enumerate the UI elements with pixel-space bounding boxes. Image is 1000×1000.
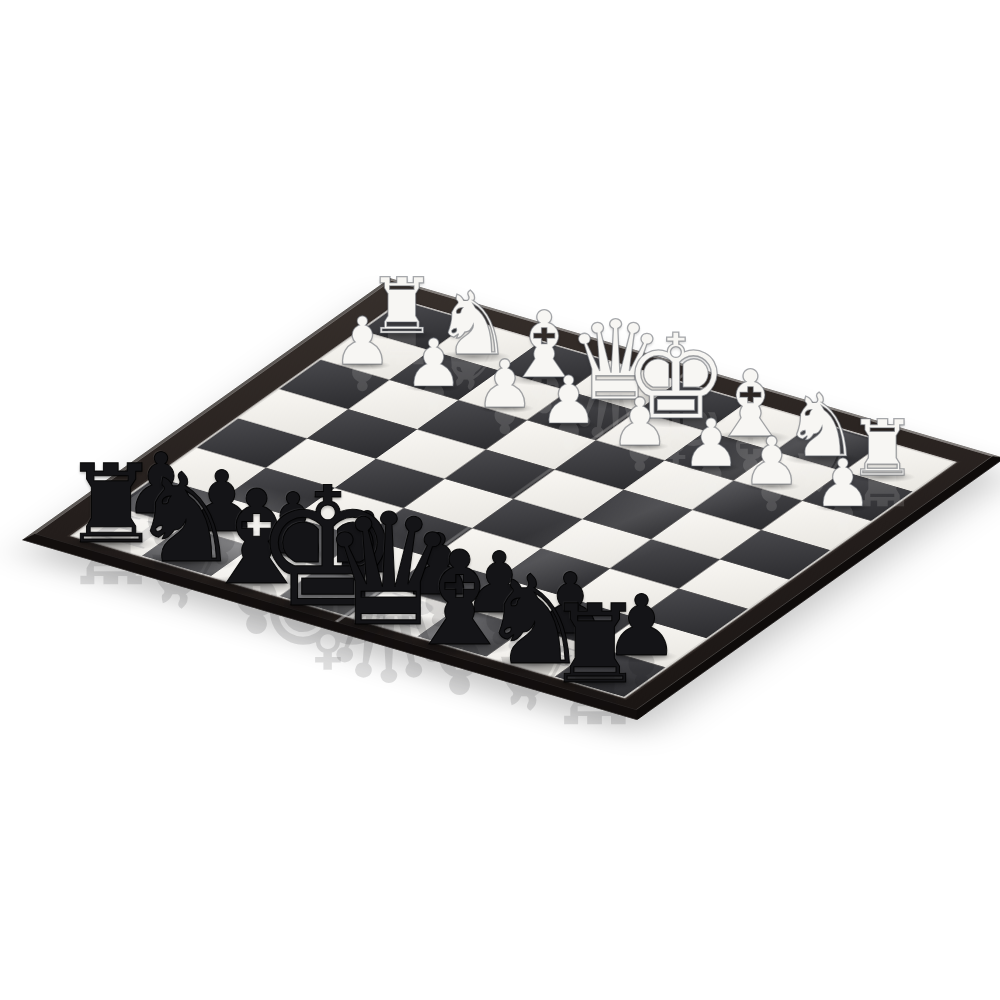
- board-border: HSRGE: [22, 278, 1000, 720]
- chess-set-photo: HSRGE ♜♜♞♞♟♟♝♝♟♟♛♛♟♟♚♚♟♟♝♝♟♟♞♞♟♟♜♜♟♟♟♟♟♟…: [0, 0, 1000, 1000]
- board-grid: HSRGE: [74, 301, 954, 697]
- chess-board: HSRGE: [22, 278, 1000, 720]
